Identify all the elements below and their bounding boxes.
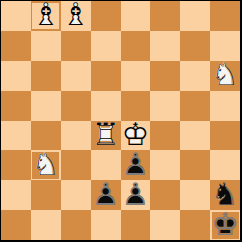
black-knight[interactable]: ♞♘ [212, 182, 239, 209]
square-c5[interactable] [61, 91, 91, 121]
white-knight[interactable]: ♞♘ [212, 62, 239, 89]
white-knight-glyph: ♞ [212, 61, 239, 88]
square-e3[interactable]: ♟♙ [121, 150, 151, 180]
white-bishop-glyph: ♝ [62, 1, 89, 28]
white-knight-outline: ♘ [212, 61, 239, 88]
square-g6[interactable] [180, 61, 210, 91]
square-e2[interactable]: ♟♙ [121, 180, 151, 210]
square-b6[interactable] [31, 61, 61, 91]
black-pawn-glyph: ♟ [122, 180, 149, 207]
square-a3[interactable] [1, 150, 31, 180]
square-f2[interactable] [150, 180, 180, 210]
square-d4[interactable]: ♜♖ [91, 121, 121, 151]
square-b7[interactable] [31, 31, 61, 61]
square-g8[interactable] [180, 1, 210, 31]
chess-board: ♝♗♝♗♞♘♜♖♚♔♞♘♟♙♟♙♟♙♞♘♚♔ [1, 1, 240, 240]
black-pawn[interactable]: ♟♙ [122, 152, 149, 179]
white-king-glyph: ♚ [122, 121, 149, 148]
square-a8[interactable] [1, 1, 31, 31]
black-pawn-outline: ♙ [122, 180, 149, 207]
square-b5[interactable] [31, 91, 61, 121]
square-f5[interactable] [150, 91, 180, 121]
square-h1[interactable]: ♚♔ [210, 210, 240, 240]
square-a1[interactable] [1, 210, 31, 240]
square-c1[interactable] [61, 210, 91, 240]
white-rook-outline: ♖ [92, 121, 119, 148]
black-king[interactable]: ♚♔ [212, 212, 239, 239]
black-pawn-glyph: ♟ [92, 180, 119, 207]
square-c8[interactable]: ♝♗ [61, 1, 91, 31]
white-rook-glyph: ♜ [92, 121, 119, 148]
square-a5[interactable] [1, 91, 31, 121]
square-f8[interactable] [150, 1, 180, 31]
square-d1[interactable] [91, 210, 121, 240]
square-b1[interactable] [31, 210, 61, 240]
white-king-outline: ♔ [122, 121, 149, 148]
square-f3[interactable] [150, 150, 180, 180]
square-d8[interactable] [91, 1, 121, 31]
black-pawn[interactable]: ♟♙ [122, 182, 149, 209]
square-c3[interactable] [61, 150, 91, 180]
white-rook[interactable]: ♜♖ [92, 122, 119, 149]
square-g2[interactable] [180, 180, 210, 210]
square-g5[interactable] [180, 91, 210, 121]
square-d5[interactable] [91, 91, 121, 121]
square-f4[interactable] [150, 121, 180, 151]
square-b2[interactable] [31, 180, 61, 210]
black-pawn-outline: ♙ [122, 150, 149, 177]
white-bishop-outline: ♗ [62, 1, 89, 28]
square-c6[interactable] [61, 61, 91, 91]
square-h4[interactable] [210, 121, 240, 151]
square-c4[interactable] [61, 121, 91, 151]
square-g4[interactable] [180, 121, 210, 151]
white-bishop[interactable]: ♝♗ [32, 3, 59, 30]
square-h2[interactable]: ♞♘ [210, 180, 240, 210]
black-knight-glyph: ♞ [212, 180, 239, 207]
black-pawn-outline: ♙ [92, 180, 119, 207]
square-e7[interactable] [121, 31, 151, 61]
black-knight-outline: ♘ [212, 180, 239, 207]
square-e4[interactable]: ♚♔ [121, 121, 151, 151]
black-pawn[interactable]: ♟♙ [92, 182, 119, 209]
square-d2[interactable]: ♟♙ [91, 180, 121, 210]
black-king-glyph: ♚ [212, 210, 239, 237]
black-pawn-glyph: ♟ [122, 150, 149, 177]
white-bishop-glyph: ♝ [32, 1, 59, 28]
square-h5[interactable] [210, 91, 240, 121]
square-e5[interactable] [121, 91, 151, 121]
white-bishop-outline: ♗ [32, 1, 59, 28]
square-b8[interactable]: ♝♗ [31, 1, 61, 31]
square-f6[interactable] [150, 61, 180, 91]
white-knight-glyph: ♞ [32, 150, 59, 177]
white-king[interactable]: ♚♔ [122, 122, 149, 149]
square-b3[interactable]: ♞♘ [31, 150, 61, 180]
square-h8[interactable] [210, 1, 240, 31]
square-a7[interactable] [1, 31, 31, 61]
square-h3[interactable] [210, 150, 240, 180]
square-g7[interactable] [180, 31, 210, 61]
square-g3[interactable] [180, 150, 210, 180]
square-a4[interactable] [1, 121, 31, 151]
square-c2[interactable] [61, 180, 91, 210]
square-a6[interactable] [1, 61, 31, 91]
square-f1[interactable] [150, 210, 180, 240]
square-e1[interactable] [121, 210, 151, 240]
chessboard-window: ♝♗♝♗♞♘♜♖♚♔♞♘♟♙♟♙♟♙♞♘♚♔ [0, 0, 242, 242]
square-f7[interactable] [150, 31, 180, 61]
white-knight-outline: ♘ [32, 150, 59, 177]
square-b4[interactable] [31, 121, 61, 151]
square-d7[interactable] [91, 31, 121, 61]
white-knight[interactable]: ♞♘ [32, 152, 59, 179]
square-h6[interactable]: ♞♘ [210, 61, 240, 91]
square-e6[interactable] [121, 61, 151, 91]
square-g1[interactable] [180, 210, 210, 240]
square-e8[interactable] [121, 1, 151, 31]
square-h7[interactable] [210, 31, 240, 61]
white-bishop[interactable]: ♝♗ [62, 3, 89, 30]
square-a2[interactable] [1, 180, 31, 210]
square-d6[interactable] [91, 61, 121, 91]
square-c7[interactable] [61, 31, 91, 61]
square-d3[interactable] [91, 150, 121, 180]
black-king-outline: ♔ [212, 210, 239, 237]
